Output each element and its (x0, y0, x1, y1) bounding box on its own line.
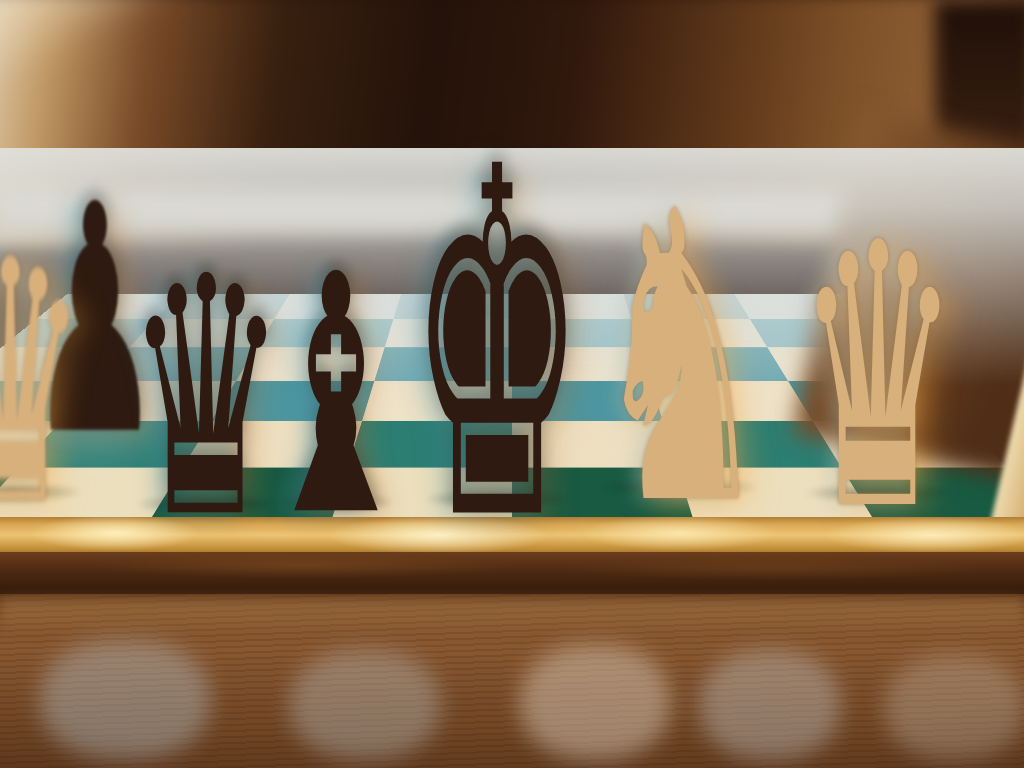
board-square (512, 319, 640, 348)
board-square (384, 319, 512, 348)
board-square (623, 294, 750, 319)
board-square (640, 347, 788, 381)
reflection-blob (290, 650, 440, 760)
board-square (236, 347, 384, 381)
board-front-edge (0, 552, 1024, 598)
reflection-blob (40, 640, 210, 760)
reflection-blob (700, 650, 840, 760)
reflection-blob (520, 645, 670, 760)
board-square (650, 381, 812, 421)
board-square (347, 421, 512, 468)
board-square (512, 381, 662, 421)
board-square (374, 347, 512, 381)
board-square (274, 294, 401, 319)
board-square (512, 294, 631, 319)
board-front-border (0, 517, 1024, 557)
board-square (211, 381, 373, 421)
board-square (362, 381, 512, 421)
left-light-glow (0, 265, 220, 480)
reflection-blob (885, 655, 1024, 760)
board-square (631, 319, 768, 348)
board-square (512, 421, 677, 468)
chess-photo-scene: ♛♟♛♝♚♞♛ (0, 0, 1024, 768)
board-square (393, 294, 512, 319)
board-square (512, 347, 650, 381)
table-sheen (0, 598, 1024, 638)
board-square (257, 319, 394, 348)
